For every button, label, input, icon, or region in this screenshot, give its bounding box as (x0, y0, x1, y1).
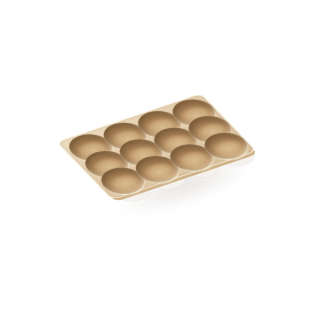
product-photo: 12-Cup Muffin Pan (0, 0, 320, 320)
